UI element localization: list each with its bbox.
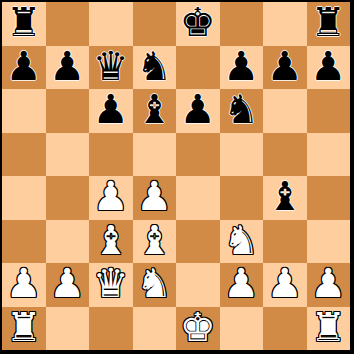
square-c4[interactable]: ♟ [89,176,133,220]
white-bishop-piece[interactable]: ♝ [136,220,172,263]
square-f8[interactable] [220,2,264,46]
square-g2[interactable]: ♟ [263,263,307,307]
square-h4[interactable] [307,176,351,220]
white-pawn-piece[interactable]: ♟ [310,263,346,306]
square-a5[interactable] [2,133,46,177]
white-king-piece[interactable]: ♚ [180,307,216,350]
square-c2[interactable]: ♛ [89,263,133,307]
square-h5[interactable] [307,133,351,177]
square-e1[interactable]: ♚ [176,307,220,351]
square-d1[interactable] [133,307,177,351]
square-h7[interactable]: ♟ [307,46,351,90]
square-e7[interactable] [176,46,220,90]
black-bishop-piece[interactable]: ♝ [136,89,172,132]
square-f3[interactable]: ♞ [220,220,264,264]
square-c7[interactable]: ♛ [89,46,133,90]
square-b2[interactable]: ♟ [46,263,90,307]
square-d2[interactable]: ♞ [133,263,177,307]
square-a7[interactable]: ♟ [2,46,46,90]
black-rook-piece[interactable]: ♜ [6,2,42,45]
square-h1[interactable]: ♜ [307,307,351,351]
square-g3[interactable] [263,220,307,264]
square-g6[interactable] [263,89,307,133]
black-pawn-piece[interactable]: ♟ [180,89,216,132]
black-pawn-piece[interactable]: ♟ [6,46,42,89]
square-c8[interactable] [89,2,133,46]
square-e8[interactable]: ♚ [176,2,220,46]
square-a3[interactable] [2,220,46,264]
square-b7[interactable]: ♟ [46,46,90,90]
square-b4[interactable] [46,176,90,220]
square-a1[interactable]: ♜ [2,307,46,351]
black-rook-piece[interactable]: ♜ [310,2,346,45]
black-pawn-piece[interactable]: ♟ [93,89,129,132]
black-knight-piece[interactable]: ♞ [223,89,259,132]
square-a2[interactable]: ♟ [2,263,46,307]
white-knight-piece[interactable]: ♞ [223,220,259,263]
square-e3[interactable] [176,220,220,264]
square-d3[interactable]: ♝ [133,220,177,264]
square-c5[interactable] [89,133,133,177]
square-b6[interactable] [46,89,90,133]
white-rook-piece[interactable]: ♜ [6,307,42,350]
square-f4[interactable] [220,176,264,220]
square-g8[interactable] [263,2,307,46]
chess-board-frame: ♜♚♜♟♟♛♞♟♟♟♟♝♟♞♟♟♝♝♝♞♟♟♛♞♟♟♟♜♚♜ [0,0,354,354]
square-g4[interactable]: ♝ [263,176,307,220]
black-pawn-piece[interactable]: ♟ [223,46,259,89]
square-e6[interactable]: ♟ [176,89,220,133]
square-f6[interactable]: ♞ [220,89,264,133]
white-pawn-piece[interactable]: ♟ [6,263,42,306]
square-g7[interactable]: ♟ [263,46,307,90]
square-h6[interactable] [307,89,351,133]
white-pawn-piece[interactable]: ♟ [93,176,129,219]
white-bishop-piece[interactable]: ♝ [93,220,129,263]
black-pawn-piece[interactable]: ♟ [267,46,303,89]
square-g5[interactable] [263,133,307,177]
square-a4[interactable] [2,176,46,220]
square-e5[interactable] [176,133,220,177]
black-pawn-piece[interactable]: ♟ [49,46,85,89]
square-h2[interactable]: ♟ [307,263,351,307]
square-c1[interactable] [89,307,133,351]
square-b1[interactable] [46,307,90,351]
square-d6[interactable]: ♝ [133,89,177,133]
square-a8[interactable]: ♜ [2,2,46,46]
black-queen-piece[interactable]: ♛ [93,46,129,89]
white-pawn-piece[interactable]: ♟ [136,176,172,219]
square-e4[interactable] [176,176,220,220]
square-f5[interactable] [220,133,264,177]
white-rook-piece[interactable]: ♜ [310,307,346,350]
square-f1[interactable] [220,307,264,351]
white-queen-piece[interactable]: ♛ [93,263,129,306]
square-h3[interactable] [307,220,351,264]
square-d8[interactable] [133,2,177,46]
black-pawn-piece[interactable]: ♟ [310,46,346,89]
square-b8[interactable] [46,2,90,46]
square-e2[interactable] [176,263,220,307]
chess-board: ♜♚♜♟♟♛♞♟♟♟♟♝♟♞♟♟♝♝♝♞♟♟♛♞♟♟♟♜♚♜ [2,2,350,350]
square-b3[interactable] [46,220,90,264]
black-knight-piece[interactable]: ♞ [136,46,172,89]
white-knight-piece[interactable]: ♞ [136,263,172,306]
white-pawn-piece[interactable]: ♟ [267,263,303,306]
black-bishop-piece[interactable]: ♝ [267,176,303,219]
square-g1[interactable] [263,307,307,351]
square-d4[interactable]: ♟ [133,176,177,220]
square-f2[interactable]: ♟ [220,263,264,307]
square-d5[interactable] [133,133,177,177]
white-pawn-piece[interactable]: ♟ [223,263,259,306]
square-d7[interactable]: ♞ [133,46,177,90]
square-f7[interactable]: ♟ [220,46,264,90]
square-h8[interactable]: ♜ [307,2,351,46]
square-a6[interactable] [2,89,46,133]
white-pawn-piece[interactable]: ♟ [49,263,85,306]
square-c3[interactable]: ♝ [89,220,133,264]
square-c6[interactable]: ♟ [89,89,133,133]
square-b5[interactable] [46,133,90,177]
black-king-piece[interactable]: ♚ [180,2,216,45]
